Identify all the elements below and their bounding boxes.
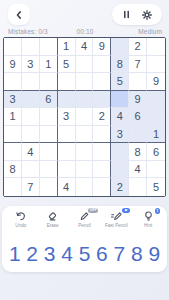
undo-icon	[14, 210, 27, 222]
numpad-1[interactable]: 1	[6, 242, 23, 266]
cell-r5c5[interactable]	[76, 108, 94, 126]
cell-r6c2[interactable]	[22, 126, 40, 144]
cell-r9c8[interactable]	[129, 178, 147, 196]
pencil-label: Pencil	[78, 223, 91, 228]
cell-r5c8[interactable]: 6	[129, 108, 147, 126]
numpad-9[interactable]: 9	[146, 242, 163, 266]
cell-r8c9[interactable]	[147, 161, 165, 179]
cell-r2c6[interactable]	[93, 56, 111, 74]
cell-r7c1[interactable]	[4, 143, 22, 161]
cell-r5c9[interactable]	[147, 108, 165, 126]
cell-r3c1[interactable]	[4, 73, 22, 91]
cell-r8c2[interactable]	[22, 161, 40, 179]
cell-r9c9[interactable]: 5	[147, 178, 165, 196]
top-right-controls	[112, 4, 162, 25]
cell-r7c2[interactable]: 4	[22, 143, 40, 161]
hint-button[interactable]: 1 Hint	[133, 210, 163, 228]
cell-r4c9[interactable]	[147, 91, 165, 109]
hint-lightbulb-icon	[142, 210, 155, 222]
cell-r1c6[interactable]: 9	[93, 38, 111, 56]
cell-r7c7[interactable]	[111, 143, 129, 161]
cell-r8c1[interactable]: 8	[4, 161, 22, 179]
cell-r3c5[interactable]	[76, 73, 94, 91]
cell-r3c4[interactable]	[58, 73, 76, 91]
cell-r1c1[interactable]	[4, 38, 22, 56]
bottom-panel: Undo Erase OFF Pencil ▶ Fast Pencil 1 Hi…	[2, 206, 167, 272]
cell-r7c3[interactable]	[40, 143, 58, 161]
cell-r3c9[interactable]: 9	[147, 73, 165, 91]
fast-pencil-badge: ▶	[122, 208, 130, 213]
cell-r3c3[interactable]	[40, 73, 58, 91]
cell-r6c7[interactable]: 3	[111, 126, 129, 144]
cell-r8c3[interactable]	[40, 161, 58, 179]
cell-r4c8[interactable]: 9	[129, 91, 147, 109]
fast-pencil-icon	[110, 210, 123, 222]
cell-r1c2[interactable]	[22, 38, 40, 56]
cell-r1c7[interactable]	[111, 38, 129, 56]
cell-r8c7[interactable]	[111, 161, 129, 179]
cell-r8c5[interactable]	[76, 161, 94, 179]
cell-r1c5[interactable]: 4	[76, 38, 94, 56]
cell-r8c8[interactable]: 4	[129, 161, 147, 179]
cell-r2c8[interactable]: 7	[129, 56, 147, 74]
cell-r7c4[interactable]	[58, 143, 76, 161]
cell-r5c3[interactable]	[40, 108, 58, 126]
cell-r2c5[interactable]	[76, 56, 94, 74]
pencil-off-badge: OFF	[88, 208, 98, 213]
cell-r7c8[interactable]: 8	[129, 143, 147, 161]
cell-r9c5[interactable]	[76, 178, 94, 196]
cell-r7c6[interactable]	[93, 143, 111, 161]
cell-r2c2[interactable]: 3	[22, 56, 40, 74]
cell-r4c3[interactable]: 6	[40, 91, 58, 109]
cell-r3c6[interactable]	[93, 73, 111, 91]
settings-gear-button[interactable]	[141, 9, 153, 21]
cell-r2c7[interactable]: 8	[111, 56, 129, 74]
cell-r6c5[interactable]	[76, 126, 94, 144]
cell-r2c4[interactable]: 5	[58, 56, 76, 74]
cell-r7c5[interactable]	[76, 143, 94, 161]
cell-r9c7[interactable]: 2	[111, 178, 129, 196]
cell-r4c5[interactable]	[76, 91, 94, 109]
pause-button[interactable]	[121, 9, 132, 20]
sudoku-board: 1492931587593691324631486847425	[3, 37, 166, 197]
chevron-left-icon	[14, 10, 24, 20]
cell-r6c8[interactable]	[129, 126, 147, 144]
cell-r6c9[interactable]: 1	[147, 126, 165, 144]
cell-r9c3[interactable]	[40, 178, 58, 196]
undo-label: Undo	[15, 223, 26, 228]
numpad-6[interactable]: 6	[93, 242, 110, 266]
cell-r1c3[interactable]	[40, 38, 58, 56]
pencil-button[interactable]: OFF Pencil	[69, 210, 99, 228]
cell-r5c6[interactable]: 2	[93, 108, 111, 126]
cell-r2c3[interactable]: 1	[40, 56, 58, 74]
numpad-5[interactable]: 5	[76, 242, 93, 266]
cell-r3c7[interactable]: 5	[111, 73, 129, 91]
cell-r5c4[interactable]: 3	[58, 108, 76, 126]
cell-r9c6[interactable]	[93, 178, 111, 196]
fast-pencil-button[interactable]: ▶ Fast Pencil	[101, 210, 131, 228]
cell-r8c4[interactable]	[58, 161, 76, 179]
cell-r6c4[interactable]	[58, 126, 76, 144]
cell-r4c7[interactable]	[111, 91, 129, 109]
numpad-2[interactable]: 2	[23, 242, 40, 266]
cell-r3c2[interactable]	[22, 73, 40, 91]
cell-r6c6[interactable]	[93, 126, 111, 144]
cell-r5c7[interactable]: 4	[111, 108, 129, 126]
fast-pencil-label: Fast Pencil	[105, 223, 128, 228]
game-timer: 00:10	[8, 28, 162, 35]
hint-count-badge: 1	[155, 208, 161, 214]
numpad-4[interactable]: 4	[58, 242, 75, 266]
cell-r9c4[interactable]: 4	[58, 178, 76, 196]
status-bar: Mistakes: 0/3 00:10 Medium	[8, 27, 162, 36]
numpad-3[interactable]: 3	[41, 242, 58, 266]
cell-r8c6[interactable]	[93, 161, 111, 179]
cell-r2c1[interactable]: 9	[4, 56, 22, 74]
numpad-7[interactable]: 7	[111, 242, 128, 266]
cell-r4c6[interactable]	[93, 91, 111, 109]
cell-r4c2[interactable]	[22, 91, 40, 109]
sudoku-app-screen: Mistakes: 0/3 00:10 Medium 1492931587593…	[0, 0, 169, 300]
undo-button[interactable]: Undo	[6, 210, 36, 228]
cell-r9c1[interactable]	[4, 178, 22, 196]
number-pad: 123456789	[6, 238, 163, 270]
cell-r7c9[interactable]: 6	[147, 143, 165, 161]
back-button[interactable]	[8, 4, 30, 25]
cell-r4c1[interactable]: 3	[4, 91, 22, 109]
toolbar: Undo Erase OFF Pencil ▶ Fast Pencil 1 Hi…	[4, 210, 165, 236]
cell-r1c8[interactable]: 2	[129, 38, 147, 56]
cell-r1c4[interactable]: 1	[58, 38, 76, 56]
erase-label: Erase	[47, 223, 59, 228]
cell-r5c2[interactable]	[22, 108, 40, 126]
hint-label: Hint	[144, 223, 152, 228]
cell-r1c9[interactable]	[147, 38, 165, 56]
eraser-icon	[46, 210, 59, 222]
cell-r2c9[interactable]	[147, 56, 165, 74]
cell-r3c8[interactable]	[129, 73, 147, 91]
erase-button[interactable]: Erase	[38, 210, 68, 228]
cell-r6c3[interactable]	[40, 126, 58, 144]
cell-r6c1[interactable]	[4, 126, 22, 144]
numpad-8[interactable]: 8	[128, 242, 145, 266]
cell-r9c2[interactable]: 7	[22, 178, 40, 196]
cell-r5c1[interactable]: 1	[4, 108, 22, 126]
cell-r4c4[interactable]	[58, 91, 76, 109]
